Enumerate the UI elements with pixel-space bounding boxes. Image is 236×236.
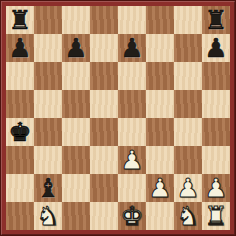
piece-black-pawn-c7[interactable]: ♟ <box>64 34 87 62</box>
square-g8[interactable] <box>174 6 202 34</box>
square-b8[interactable] <box>34 6 62 34</box>
square-g3[interactable] <box>174 146 202 174</box>
piece-white-pawn-h2[interactable]: ♟ <box>204 174 227 202</box>
square-f7[interactable] <box>146 34 174 62</box>
square-f1[interactable] <box>146 202 174 230</box>
square-b2[interactable]: ♝ <box>34 174 62 202</box>
piece-black-pawn-a7[interactable]: ♟ <box>8 34 31 62</box>
square-b6[interactable] <box>34 62 62 90</box>
square-h4[interactable] <box>202 118 230 146</box>
piece-white-knight-g1[interactable]: ♞ <box>176 202 199 230</box>
square-f2[interactable]: ♟ <box>146 174 174 202</box>
square-d4[interactable] <box>90 118 118 146</box>
square-h5[interactable] <box>202 90 230 118</box>
square-b5[interactable] <box>34 90 62 118</box>
piece-black-pawn-e7[interactable]: ♟ <box>120 34 143 62</box>
square-a6[interactable] <box>6 62 34 90</box>
square-h2[interactable]: ♟ <box>202 174 230 202</box>
square-a5[interactable] <box>6 90 34 118</box>
square-g2[interactable]: ♟ <box>174 174 202 202</box>
piece-black-rook-a8[interactable]: ♜ <box>8 6 31 34</box>
square-e1[interactable]: ♚ <box>118 202 146 230</box>
square-g5[interactable] <box>174 90 202 118</box>
chess-board: ♜♜♟♟♟♟♚♟♝♟♟♟♞♚♞♜ <box>6 6 230 230</box>
square-e5[interactable] <box>118 90 146 118</box>
square-d1[interactable] <box>90 202 118 230</box>
square-a8[interactable]: ♜ <box>6 6 34 34</box>
square-f5[interactable] <box>146 90 174 118</box>
square-d5[interactable] <box>90 90 118 118</box>
square-c7[interactable]: ♟ <box>62 34 90 62</box>
square-a2[interactable] <box>6 174 34 202</box>
piece-black-pawn-h7[interactable]: ♟ <box>204 34 227 62</box>
square-b1[interactable]: ♞ <box>34 202 62 230</box>
square-c3[interactable] <box>62 146 90 174</box>
square-g6[interactable] <box>174 62 202 90</box>
square-c2[interactable] <box>62 174 90 202</box>
square-e4[interactable] <box>118 118 146 146</box>
square-g1[interactable]: ♞ <box>174 202 202 230</box>
square-a3[interactable] <box>6 146 34 174</box>
piece-white-king-e1[interactable]: ♚ <box>120 202 143 230</box>
piece-black-king-a4[interactable]: ♚ <box>8 118 31 146</box>
square-b3[interactable] <box>34 146 62 174</box>
square-h7[interactable]: ♟ <box>202 34 230 62</box>
square-g4[interactable] <box>174 118 202 146</box>
square-b4[interactable] <box>34 118 62 146</box>
square-e6[interactable] <box>118 62 146 90</box>
square-h6[interactable] <box>202 62 230 90</box>
square-h3[interactable] <box>202 146 230 174</box>
square-g7[interactable] <box>174 34 202 62</box>
square-a4[interactable]: ♚ <box>6 118 34 146</box>
piece-white-pawn-g2[interactable]: ♟ <box>176 174 199 202</box>
square-d7[interactable] <box>90 34 118 62</box>
square-f4[interactable] <box>146 118 174 146</box>
square-f6[interactable] <box>146 62 174 90</box>
piece-black-bishop-b2[interactable]: ♝ <box>36 174 59 202</box>
square-h1[interactable]: ♜ <box>202 202 230 230</box>
square-e2[interactable] <box>118 174 146 202</box>
square-e7[interactable]: ♟ <box>118 34 146 62</box>
square-f3[interactable] <box>146 146 174 174</box>
chess-diagram: ♜♜♟♟♟♟♚♟♝♟♟♟♞♚♞♜ <box>0 0 236 236</box>
square-d2[interactable] <box>90 174 118 202</box>
square-a1[interactable] <box>6 202 34 230</box>
piece-black-rook-h8[interactable]: ♜ <box>204 6 227 34</box>
square-h8[interactable]: ♜ <box>202 6 230 34</box>
square-f8[interactable] <box>146 6 174 34</box>
square-e8[interactable] <box>118 6 146 34</box>
piece-white-knight-b1[interactable]: ♞ <box>36 202 59 230</box>
square-d3[interactable] <box>90 146 118 174</box>
square-e3[interactable]: ♟ <box>118 146 146 174</box>
piece-white-pawn-f2[interactable]: ♟ <box>148 174 171 202</box>
square-c8[interactable] <box>62 6 90 34</box>
square-a7[interactable]: ♟ <box>6 34 34 62</box>
square-c5[interactable] <box>62 90 90 118</box>
square-c4[interactable] <box>62 118 90 146</box>
piece-white-rook-h1[interactable]: ♜ <box>204 202 227 230</box>
piece-white-pawn-e3[interactable]: ♟ <box>120 146 143 174</box>
square-c1[interactable] <box>62 202 90 230</box>
square-c6[interactable] <box>62 62 90 90</box>
square-b7[interactable] <box>34 34 62 62</box>
square-d6[interactable] <box>90 62 118 90</box>
square-d8[interactable] <box>90 6 118 34</box>
